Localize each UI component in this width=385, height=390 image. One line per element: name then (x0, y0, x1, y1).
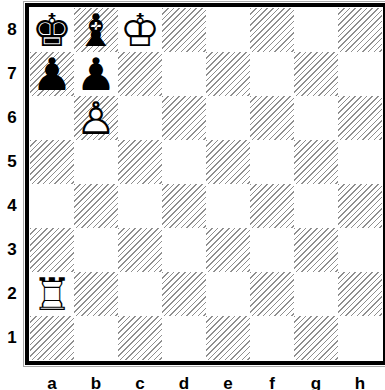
rank-label-5: 5 (1, 140, 23, 184)
square-h2[interactable] (338, 272, 382, 316)
square-h1[interactable] (338, 316, 382, 360)
square-c5[interactable] (118, 140, 162, 184)
square-b8[interactable]: ♝ (74, 8, 118, 52)
board-outer-frame: ♚♝♚♔♟♟♟♙♜♖ (23, 1, 385, 367)
square-b4[interactable] (74, 184, 118, 228)
square-h4[interactable] (338, 184, 382, 228)
square-d6[interactable] (162, 96, 206, 140)
square-g6[interactable] (294, 96, 338, 140)
square-h8[interactable] (338, 8, 382, 52)
file-label-a: a (30, 367, 74, 390)
square-h3[interactable] (338, 228, 382, 272)
square-a2[interactable]: ♜♖ (30, 272, 74, 316)
square-a4[interactable] (30, 184, 74, 228)
square-b5[interactable] (74, 140, 118, 184)
file-label-d: d (162, 367, 206, 390)
square-g3[interactable] (294, 228, 338, 272)
square-d4[interactable] (162, 184, 206, 228)
square-e4[interactable] (206, 184, 250, 228)
corner-spacer (1, 367, 23, 390)
rank-label-4: 4 (1, 184, 23, 228)
square-c3[interactable] (118, 228, 162, 272)
square-g8[interactable] (294, 8, 338, 52)
file-label-h: h (338, 367, 382, 390)
square-c7[interactable] (118, 52, 162, 96)
square-h7[interactable] (338, 52, 382, 96)
piece-black-king: ♚ (30, 8, 74, 52)
square-f7[interactable] (250, 52, 294, 96)
file-label-e: e (206, 367, 250, 390)
square-g5[interactable] (294, 140, 338, 184)
square-d2[interactable] (162, 272, 206, 316)
square-f6[interactable] (250, 96, 294, 140)
square-g1[interactable] (294, 316, 338, 360)
square-f3[interactable] (250, 228, 294, 272)
board-frame: ♚♝♚♔♟♟♟♙♜♖ (25, 3, 385, 365)
square-f1[interactable] (250, 316, 294, 360)
piece-white-rook: ♜♖ (30, 272, 74, 316)
square-d7[interactable] (162, 52, 206, 96)
rank-label-3: 3 (1, 228, 23, 272)
square-g7[interactable] (294, 52, 338, 96)
square-d1[interactable] (162, 316, 206, 360)
square-b2[interactable] (74, 272, 118, 316)
square-a3[interactable] (30, 228, 74, 272)
square-c6[interactable] (118, 96, 162, 140)
square-b6[interactable]: ♟♙ (74, 96, 118, 140)
piece-white-pawn: ♟♙ (74, 96, 118, 140)
square-e5[interactable] (206, 140, 250, 184)
square-a1[interactable] (30, 316, 74, 360)
square-c1[interactable] (118, 316, 162, 360)
rank-labels: 87654321 (1, 1, 23, 367)
square-f8[interactable] (250, 8, 294, 52)
square-b3[interactable] (74, 228, 118, 272)
square-a5[interactable] (30, 140, 74, 184)
square-e1[interactable] (206, 316, 250, 360)
square-a6[interactable] (30, 96, 74, 140)
square-e6[interactable] (206, 96, 250, 140)
chess-diagram: 87654321 ♚♝♚♔♟♟♟♙♜♖ abcdefgh (0, 0, 385, 390)
square-f5[interactable] (250, 140, 294, 184)
square-b1[interactable] (74, 316, 118, 360)
square-g4[interactable] (294, 184, 338, 228)
rank-label-1: 1 (1, 316, 23, 360)
rank-label-8: 8 (1, 8, 23, 52)
file-labels: abcdefgh (23, 367, 385, 390)
square-c2[interactable] (118, 272, 162, 316)
square-a8[interactable]: ♚ (30, 8, 74, 52)
piece-black-bishop: ♝ (74, 8, 118, 52)
square-g2[interactable] (294, 272, 338, 316)
file-label-f: f (250, 367, 294, 390)
square-c4[interactable] (118, 184, 162, 228)
square-e8[interactable] (206, 8, 250, 52)
square-f4[interactable] (250, 184, 294, 228)
square-f2[interactable] (250, 272, 294, 316)
square-d5[interactable] (162, 140, 206, 184)
piece-white-king: ♚♔ (118, 8, 162, 52)
square-d3[interactable] (162, 228, 206, 272)
rank-label-6: 6 (1, 96, 23, 140)
piece-black-pawn: ♟ (74, 52, 118, 96)
piece-black-pawn: ♟ (30, 52, 74, 96)
board-grid: ♚♝♚♔♟♟♟♙♜♖ (30, 8, 382, 360)
square-c8[interactable]: ♚♔ (118, 8, 162, 52)
square-b7[interactable]: ♟ (74, 52, 118, 96)
square-h6[interactable] (338, 96, 382, 140)
rank-label-2: 2 (1, 272, 23, 316)
square-e7[interactable] (206, 52, 250, 96)
square-e2[interactable] (206, 272, 250, 316)
square-h5[interactable] (338, 140, 382, 184)
square-a7[interactable]: ♟ (30, 52, 74, 96)
square-e3[interactable] (206, 228, 250, 272)
square-d8[interactable] (162, 8, 206, 52)
file-label-b: b (74, 367, 118, 390)
rank-label-7: 7 (1, 52, 23, 96)
file-label-c: c (118, 367, 162, 390)
file-label-g: g (294, 367, 338, 390)
